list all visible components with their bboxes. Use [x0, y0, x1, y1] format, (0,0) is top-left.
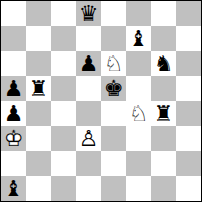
square-f5[interactable]: [126, 76, 151, 101]
piece-white-king[interactable]: ♚♔: [4, 128, 24, 150]
square-c7[interactable]: [51, 26, 76, 51]
square-g3[interactable]: [151, 126, 176, 151]
chess-board: ♛♝♟♞♘♞♟♜♚♟♞♘♜♚♔♟♙♝: [0, 0, 202, 202]
square-d1[interactable]: [76, 176, 101, 201]
piece-black-queen[interactable]: ♛: [79, 3, 99, 25]
square-h4[interactable]: [176, 101, 201, 126]
square-d7[interactable]: [76, 26, 101, 51]
piece-black-pawn[interactable]: ♟: [4, 78, 24, 100]
square-f1[interactable]: [126, 176, 151, 201]
square-g6[interactable]: ♞: [151, 51, 176, 76]
square-g2[interactable]: [151, 151, 176, 176]
square-b5[interactable]: ♜: [26, 76, 51, 101]
square-b4[interactable]: [26, 101, 51, 126]
square-f7[interactable]: ♝: [126, 26, 151, 51]
piece-black-pawn[interactable]: ♟: [4, 103, 24, 125]
square-g5[interactable]: [151, 76, 176, 101]
square-h1[interactable]: [176, 176, 201, 201]
piece-outline: ♘: [104, 53, 124, 75]
piece-outline: ♙: [79, 128, 99, 150]
square-g7[interactable]: [151, 26, 176, 51]
piece-black-bishop[interactable]: ♝: [4, 178, 24, 200]
square-b1[interactable]: [26, 176, 51, 201]
square-e5[interactable]: ♚: [101, 76, 126, 101]
square-b6[interactable]: [26, 51, 51, 76]
square-h6[interactable]: [176, 51, 201, 76]
square-a4[interactable]: ♟: [1, 101, 26, 126]
square-e7[interactable]: [101, 26, 126, 51]
square-f3[interactable]: [126, 126, 151, 151]
square-d4[interactable]: [76, 101, 101, 126]
piece-white-knight[interactable]: ♞♘: [104, 53, 124, 75]
square-g8[interactable]: [151, 1, 176, 26]
square-g4[interactable]: ♜: [151, 101, 176, 126]
square-a2[interactable]: [1, 151, 26, 176]
square-h5[interactable]: [176, 76, 201, 101]
square-c1[interactable]: [51, 176, 76, 201]
square-h3[interactable]: [176, 126, 201, 151]
square-d8[interactable]: ♛: [76, 1, 101, 26]
piece-outline: ♘: [129, 103, 149, 125]
piece-outline: ♔: [4, 128, 24, 150]
square-a5[interactable]: ♟: [1, 76, 26, 101]
square-c2[interactable]: [51, 151, 76, 176]
piece-black-rook[interactable]: ♜: [29, 78, 49, 100]
square-a3[interactable]: ♚♔: [1, 126, 26, 151]
square-e6[interactable]: ♞♘: [101, 51, 126, 76]
square-h7[interactable]: [176, 26, 201, 51]
piece-black-knight[interactable]: ♞: [154, 53, 174, 75]
square-d2[interactable]: [76, 151, 101, 176]
square-c6[interactable]: [51, 51, 76, 76]
square-c8[interactable]: [51, 1, 76, 26]
piece-black-rook[interactable]: ♜: [154, 103, 174, 125]
piece-white-pawn[interactable]: ♟♙: [79, 128, 99, 150]
square-a8[interactable]: [1, 1, 26, 26]
square-d3[interactable]: ♟♙: [76, 126, 101, 151]
square-c5[interactable]: [51, 76, 76, 101]
square-a1[interactable]: ♝: [1, 176, 26, 201]
square-c3[interactable]: [51, 126, 76, 151]
piece-black-king[interactable]: ♚: [104, 78, 124, 100]
square-e4[interactable]: [101, 101, 126, 126]
square-b7[interactable]: [26, 26, 51, 51]
square-b2[interactable]: [26, 151, 51, 176]
square-f6[interactable]: [126, 51, 151, 76]
square-e1[interactable]: [101, 176, 126, 201]
square-f8[interactable]: [126, 1, 151, 26]
piece-white-knight[interactable]: ♞♘: [129, 103, 149, 125]
square-h8[interactable]: [176, 1, 201, 26]
square-b8[interactable]: [26, 1, 51, 26]
square-d6[interactable]: ♟: [76, 51, 101, 76]
square-e2[interactable]: [101, 151, 126, 176]
piece-black-bishop[interactable]: ♝: [129, 28, 149, 50]
square-g1[interactable]: [151, 176, 176, 201]
square-a6[interactable]: [1, 51, 26, 76]
square-h2[interactable]: [176, 151, 201, 176]
square-b3[interactable]: [26, 126, 51, 151]
square-f4[interactable]: ♞♘: [126, 101, 151, 126]
square-f2[interactable]: [126, 151, 151, 176]
square-d5[interactable]: [76, 76, 101, 101]
square-c4[interactable]: [51, 101, 76, 126]
square-a7[interactable]: [1, 26, 26, 51]
square-e8[interactable]: [101, 1, 126, 26]
piece-black-pawn[interactable]: ♟: [79, 53, 99, 75]
square-e3[interactable]: [101, 126, 126, 151]
